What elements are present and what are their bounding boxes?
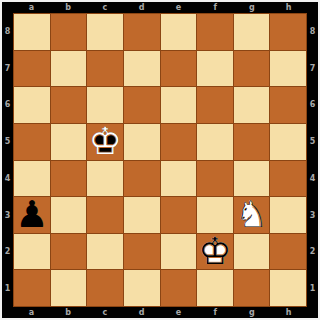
square-d1[interactable] <box>124 270 160 306</box>
rank-label-1: 1 <box>2 270 13 307</box>
square-h1[interactable] <box>270 270 306 306</box>
rank-label-6: 6 <box>2 87 13 124</box>
square-e2[interactable] <box>161 234 197 270</box>
square-f4[interactable] <box>197 161 233 197</box>
square-c5[interactable]: ♚♔ <box>87 124 123 160</box>
white-king-outline-glyph: ♔ <box>197 234 233 270</box>
square-a3[interactable]: ♟ <box>14 197 50 233</box>
rank-label-8: 8 <box>307 13 318 50</box>
square-e3[interactable] <box>161 197 197 233</box>
square-d4[interactable] <box>124 161 160 197</box>
square-a1[interactable] <box>14 270 50 306</box>
square-g3[interactable]: ♞♘ <box>234 197 270 233</box>
rank-label-8: 8 <box>2 13 13 50</box>
rank-label-5: 5 <box>2 123 13 160</box>
square-g6[interactable] <box>234 87 270 123</box>
rank-label-2: 2 <box>307 234 318 271</box>
square-c3[interactable] <box>87 197 123 233</box>
square-b7[interactable] <box>51 51 87 87</box>
square-g2[interactable] <box>234 234 270 270</box>
board-frame: abcdefgh abcdefgh 87654321 87654321 ♚♔♟♞… <box>2 2 318 318</box>
rank-label-3: 3 <box>2 197 13 234</box>
square-a4[interactable] <box>14 161 50 197</box>
black-king-piece[interactable]: ♚♔ <box>87 124 123 160</box>
square-g1[interactable] <box>234 270 270 306</box>
black-king-outline-glyph: ♔ <box>87 124 123 160</box>
square-a7[interactable] <box>14 51 50 87</box>
square-d3[interactable] <box>124 197 160 233</box>
square-b5[interactable] <box>51 124 87 160</box>
square-b6[interactable] <box>51 87 87 123</box>
square-e8[interactable] <box>161 14 197 50</box>
file-labels-bottom: abcdefgh <box>13 307 307 318</box>
file-label-c: c <box>87 307 124 318</box>
file-label-d: d <box>123 2 160 13</box>
file-label-e: e <box>160 2 197 13</box>
rank-label-4: 4 <box>2 160 13 197</box>
file-label-h: h <box>270 2 307 13</box>
square-b2[interactable] <box>51 234 87 270</box>
square-a8[interactable] <box>14 14 50 50</box>
square-h2[interactable] <box>270 234 306 270</box>
square-c1[interactable] <box>87 270 123 306</box>
square-d6[interactable] <box>124 87 160 123</box>
file-label-g: g <box>234 307 271 318</box>
square-g7[interactable] <box>234 51 270 87</box>
file-label-f: f <box>197 307 234 318</box>
white-knight-piece[interactable]: ♞♘ <box>234 197 270 233</box>
square-b1[interactable] <box>51 270 87 306</box>
file-label-a: a <box>13 307 50 318</box>
square-d2[interactable] <box>124 234 160 270</box>
square-h7[interactable] <box>270 51 306 87</box>
square-f3[interactable] <box>197 197 233 233</box>
file-label-e: e <box>160 307 197 318</box>
square-e4[interactable] <box>161 161 197 197</box>
white-knight-outline-glyph: ♘ <box>234 197 270 233</box>
square-h4[interactable] <box>270 161 306 197</box>
file-labels-top: abcdefgh <box>13 2 307 13</box>
square-f5[interactable] <box>197 124 233 160</box>
square-d5[interactable] <box>124 124 160 160</box>
rank-label-7: 7 <box>307 50 318 87</box>
rank-label-1: 1 <box>307 270 318 307</box>
square-g5[interactable] <box>234 124 270 160</box>
square-c4[interactable] <box>87 161 123 197</box>
file-label-b: b <box>50 307 87 318</box>
file-label-g: g <box>234 2 271 13</box>
square-f1[interactable] <box>197 270 233 306</box>
square-f2[interactable]: ♚♔ <box>197 234 233 270</box>
square-g4[interactable] <box>234 161 270 197</box>
rank-label-4: 4 <box>307 160 318 197</box>
black-pawn-piece[interactable]: ♟ <box>14 197 50 233</box>
file-label-a: a <box>13 2 50 13</box>
square-b8[interactable] <box>51 14 87 50</box>
square-g8[interactable] <box>234 14 270 50</box>
square-f6[interactable] <box>197 87 233 123</box>
square-e1[interactable] <box>161 270 197 306</box>
file-label-c: c <box>87 2 124 13</box>
rank-label-2: 2 <box>2 234 13 271</box>
square-c7[interactable] <box>87 51 123 87</box>
square-e5[interactable] <box>161 124 197 160</box>
square-a5[interactable] <box>14 124 50 160</box>
square-h8[interactable] <box>270 14 306 50</box>
square-c6[interactable] <box>87 87 123 123</box>
square-d8[interactable] <box>124 14 160 50</box>
square-e7[interactable] <box>161 51 197 87</box>
board: ♚♔♟♞♘♚♔ <box>13 13 307 307</box>
square-f8[interactable] <box>197 14 233 50</box>
rank-labels-left: 87654321 <box>2 13 13 307</box>
rank-label-7: 7 <box>2 50 13 87</box>
file-label-f: f <box>197 2 234 13</box>
rank-label-3: 3 <box>307 197 318 234</box>
square-h6[interactable] <box>270 87 306 123</box>
square-h3[interactable] <box>270 197 306 233</box>
file-label-b: b <box>50 2 87 13</box>
square-f7[interactable] <box>197 51 233 87</box>
square-c2[interactable] <box>87 234 123 270</box>
square-e6[interactable] <box>161 87 197 123</box>
square-b4[interactable] <box>51 161 87 197</box>
square-h5[interactable] <box>270 124 306 160</box>
file-label-d: d <box>123 307 160 318</box>
white-king-piece[interactable]: ♚♔ <box>197 234 233 270</box>
black-pawn-glyph: ♟ <box>14 197 50 233</box>
file-label-h: h <box>270 307 307 318</box>
square-b3[interactable] <box>51 197 87 233</box>
rank-label-6: 6 <box>307 87 318 124</box>
square-d7[interactable] <box>124 51 160 87</box>
square-c8[interactable] <box>87 14 123 50</box>
rank-labels-right: 87654321 <box>307 13 318 307</box>
rank-label-5: 5 <box>307 123 318 160</box>
square-a2[interactable] <box>14 234 50 270</box>
square-a6[interactable] <box>14 87 50 123</box>
